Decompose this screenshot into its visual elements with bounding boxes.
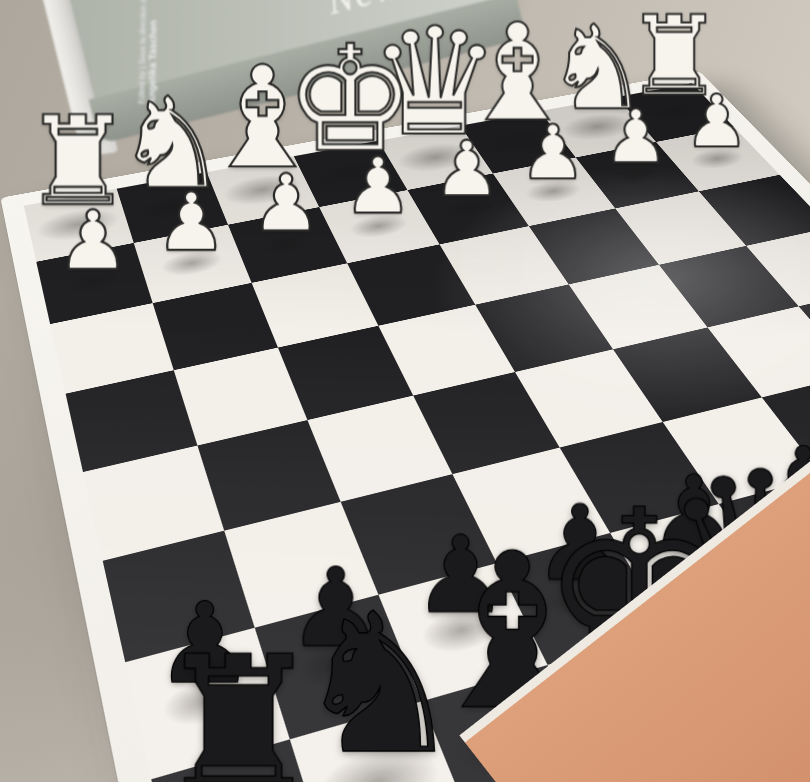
black-rook-h8[interactable]: ♜ (105, 631, 373, 782)
white-pawn-f2[interactable]: ♟ (231, 164, 341, 243)
photo-scene: New Y Edited by | Sous la direction de A… (0, 0, 810, 782)
white-pawn-g2[interactable]: ♟ (135, 182, 247, 262)
white-pawn-h2[interactable]: ♟ (36, 200, 150, 282)
